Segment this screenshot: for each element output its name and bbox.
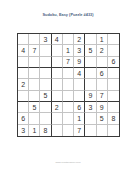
cell-r2c4 xyxy=(52,45,63,56)
cell-r7c8: 9 xyxy=(97,102,108,113)
cell-r2c2: 7 xyxy=(29,45,40,56)
cell-r3c8 xyxy=(97,57,108,68)
cell-r1c4: 4 xyxy=(52,34,63,45)
cell-r2c7: 5 xyxy=(85,45,96,56)
cell-r5c4 xyxy=(52,79,63,90)
cell-r5c2 xyxy=(29,79,40,90)
cell-r8c4 xyxy=(52,113,63,124)
cell-r7c7: 3 xyxy=(85,102,96,113)
cell-r5c1: 2 xyxy=(18,79,29,90)
cell-r2c5: 1 xyxy=(63,45,74,56)
cell-r6c2 xyxy=(29,91,40,102)
cell-r8c6: 1 xyxy=(74,113,85,124)
cell-r4c3 xyxy=(40,68,51,79)
cell-r3c1 xyxy=(18,57,29,68)
cell-r7c2: 5 xyxy=(29,102,40,113)
cell-r2c3 xyxy=(40,45,51,56)
cell-r4c8: 6 xyxy=(97,68,108,79)
cell-r2c1: 4 xyxy=(18,45,29,56)
puzzle-title: Sudoku, Easy (Puzzle #433) xyxy=(15,12,121,17)
cell-r7c1 xyxy=(18,102,29,113)
cell-r5c3 xyxy=(40,79,51,90)
cell-r1c1 xyxy=(18,34,29,45)
cell-r3c3 xyxy=(40,57,51,68)
cell-r3c4 xyxy=(52,57,63,68)
cell-r6c1 xyxy=(18,91,29,102)
cell-r9c8 xyxy=(97,125,108,136)
cell-r4c6: 4 xyxy=(74,68,85,79)
cell-r7c9 xyxy=(108,102,119,113)
cell-r5c7 xyxy=(85,79,96,90)
cell-r5c9 xyxy=(108,79,119,90)
cell-r6c5 xyxy=(63,91,74,102)
cell-r7c3 xyxy=(40,102,51,113)
cell-r6c6 xyxy=(74,91,85,102)
sudoku-sheet: Sudoku, Easy (Puzzle #433) 3421471352796… xyxy=(0,0,136,176)
cell-r8c9: 8 xyxy=(108,113,119,124)
cell-r9c6: 7 xyxy=(74,125,85,136)
cell-r1c3: 3 xyxy=(40,34,51,45)
cell-r4c4 xyxy=(52,68,63,79)
cell-r1c9 xyxy=(108,34,119,45)
cell-r1c6: 2 xyxy=(74,34,85,45)
cell-r8c1: 6 xyxy=(18,113,29,124)
cell-r2c8: 2 xyxy=(97,45,108,56)
cell-r4c9 xyxy=(108,68,119,79)
cell-r6c7: 9 xyxy=(85,91,96,102)
cell-r7c5 xyxy=(63,102,74,113)
footer-url: www.PrintSudoku.com xyxy=(34,160,102,163)
cell-r6c3: 5 xyxy=(40,91,51,102)
cell-r4c5 xyxy=(63,68,74,79)
cell-r8c2 xyxy=(29,113,40,124)
cell-r3c9: 6 xyxy=(108,57,119,68)
cell-r2c9 xyxy=(108,45,119,56)
cell-r7c6: 6 xyxy=(74,102,85,113)
cell-r8c7 xyxy=(85,113,96,124)
cell-r3c5: 7 xyxy=(63,57,74,68)
cell-r5c6 xyxy=(74,79,85,90)
cell-r9c1: 3 xyxy=(18,125,29,136)
cell-r1c8: 1 xyxy=(97,34,108,45)
cell-r9c9 xyxy=(108,125,119,136)
cell-r6c8: 7 xyxy=(97,91,108,102)
cell-r2c6: 3 xyxy=(74,45,85,56)
cell-r3c7 xyxy=(85,57,96,68)
cell-r4c1 xyxy=(18,68,29,79)
cell-r9c7 xyxy=(85,125,96,136)
cell-r4c7 xyxy=(85,68,96,79)
cell-r4c2 xyxy=(29,68,40,79)
cell-r9c3: 8 xyxy=(40,125,51,136)
sudoku-board: 34214713527964625975263961583187 xyxy=(17,33,120,137)
cell-r1c5 xyxy=(63,34,74,45)
cell-r7c4: 2 xyxy=(52,102,63,113)
cell-r9c2: 1 xyxy=(29,125,40,136)
cell-r8c8: 5 xyxy=(97,113,108,124)
cell-r5c5 xyxy=(63,79,74,90)
cell-r3c6: 9 xyxy=(74,57,85,68)
cell-r6c4 xyxy=(52,91,63,102)
cell-r8c5 xyxy=(63,113,74,124)
cell-r9c5 xyxy=(63,125,74,136)
cell-r1c7 xyxy=(85,34,96,45)
cell-r6c9 xyxy=(108,91,119,102)
cell-r3c2 xyxy=(29,57,40,68)
cell-r9c4 xyxy=(52,125,63,136)
cell-r5c8 xyxy=(97,79,108,90)
cell-r1c2 xyxy=(29,34,40,45)
cell-r8c3 xyxy=(40,113,51,124)
